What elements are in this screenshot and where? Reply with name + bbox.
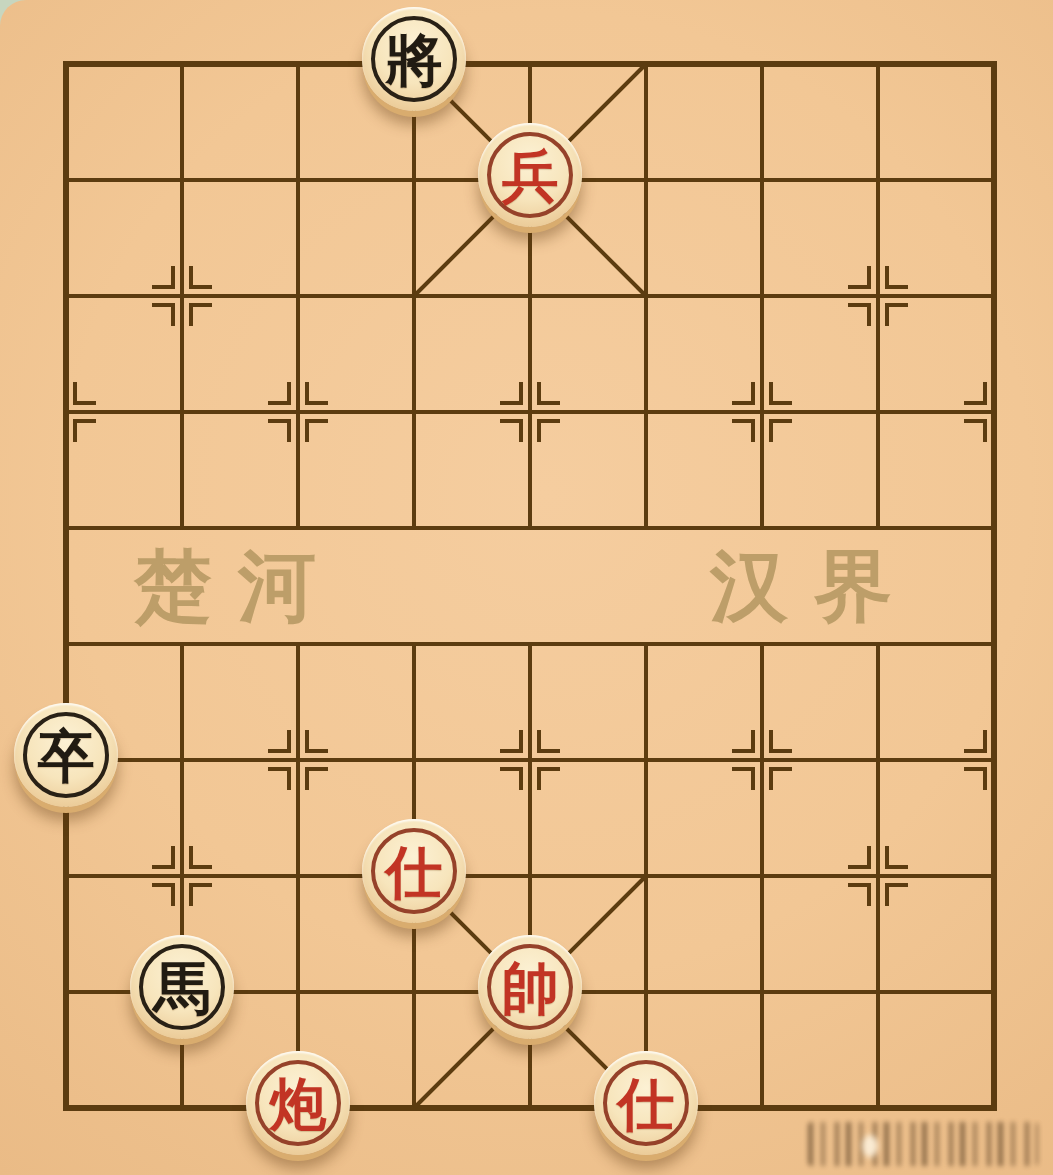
intersection-f3-r3[interactable] <box>356 354 472 470</box>
intersection-f8-r2[interactable] <box>936 238 1052 354</box>
intersection-f6-r6[interactable] <box>704 702 820 818</box>
intersection-f2-r7[interactable] <box>240 818 356 934</box>
intersection-f4-r5[interactable] <box>472 586 588 702</box>
intersection-f5-r9[interactable]: 仕 <box>588 1050 704 1166</box>
piece-glyph: 仕 <box>618 1075 675 1132</box>
intersection-f8-r8[interactable] <box>936 934 1052 1050</box>
intersection-f2-r5[interactable] <box>240 586 356 702</box>
intersection-f2-r0[interactable] <box>240 6 356 122</box>
intersection-f4-r9[interactable] <box>472 1050 588 1166</box>
intersection-f2-r1[interactable] <box>240 122 356 238</box>
intersection-f7-r5[interactable] <box>820 586 936 702</box>
red-advisor-1[interactable]: 仕 <box>362 819 466 923</box>
intersection-f2-r9[interactable]: 炮 <box>240 1050 356 1166</box>
piece-glyph: 兵 <box>502 147 559 204</box>
intersection-f6-r2[interactable] <box>704 238 820 354</box>
intersection-f6-r4[interactable] <box>704 470 820 586</box>
intersection-f6-r9[interactable] <box>704 1050 820 1166</box>
intersection-f3-r8[interactable] <box>356 934 472 1050</box>
intersection-f0-r7[interactable] <box>8 818 124 934</box>
intersection-f0-r1[interactable] <box>8 122 124 238</box>
intersection-f0-r2[interactable] <box>8 238 124 354</box>
intersection-f2-r6[interactable] <box>240 702 356 818</box>
piece-glyph: 炮 <box>270 1075 327 1132</box>
intersection-f4-r3[interactable] <box>472 354 588 470</box>
intersection-f7-r8[interactable] <box>820 934 936 1050</box>
intersection-f4-r0[interactable] <box>472 6 588 122</box>
intersection-f2-r3[interactable] <box>240 354 356 470</box>
red-cannon[interactable]: 炮 <box>246 1051 350 1155</box>
intersection-f4-r1[interactable]: 兵 <box>472 122 588 238</box>
intersection-f8-r0[interactable] <box>936 6 1052 122</box>
intersection-f1-r7[interactable] <box>124 818 240 934</box>
intersection-f0-r3[interactable] <box>8 354 124 470</box>
xiangqi-board-page: 楚河 汉界 將兵卒仕馬帥炮仕 <box>0 0 1053 1175</box>
intersection-f1-r9[interactable] <box>124 1050 240 1166</box>
intersection-f4-r8[interactable]: 帥 <box>472 934 588 1050</box>
intersection-f4-r7[interactable] <box>472 818 588 934</box>
intersection-f5-r6[interactable] <box>588 702 704 818</box>
intersection-f5-r7[interactable] <box>588 818 704 934</box>
red-soldier[interactable]: 兵 <box>478 123 582 227</box>
intersection-f6-r3[interactable] <box>704 354 820 470</box>
intersection-f7-r3[interactable] <box>820 354 936 470</box>
intersection-f1-r5[interactable] <box>124 586 240 702</box>
intersection-f7-r7[interactable] <box>820 818 936 934</box>
intersection-f7-r1[interactable] <box>820 122 936 238</box>
intersection-f1-r2[interactable] <box>124 238 240 354</box>
intersection-f0-r4[interactable] <box>8 470 124 586</box>
piece-glyph: 將 <box>386 31 443 88</box>
intersection-f6-r1[interactable] <box>704 122 820 238</box>
red-advisor-2[interactable]: 仕 <box>594 1051 698 1155</box>
intersection-f8-r6[interactable] <box>936 702 1052 818</box>
intersection-f8-r1[interactable] <box>936 122 1052 238</box>
intersection-f3-r9[interactable] <box>356 1050 472 1166</box>
intersection-f5-r1[interactable] <box>588 122 704 238</box>
intersection-f3-r7[interactable]: 仕 <box>356 818 472 934</box>
intersection-f2-r4[interactable] <box>240 470 356 586</box>
intersection-f1-r1[interactable] <box>124 122 240 238</box>
intersection-f4-r6[interactable] <box>472 702 588 818</box>
intersection-f3-r4[interactable] <box>356 470 472 586</box>
intersection-f3-r0[interactable]: 將 <box>356 6 472 122</box>
red-general[interactable]: 帥 <box>478 935 582 1039</box>
piece-glyph: 卒 <box>38 727 95 784</box>
intersection-f5-r3[interactable] <box>588 354 704 470</box>
intersection-f3-r6[interactable] <box>356 702 472 818</box>
intersection-f7-r6[interactable] <box>820 702 936 818</box>
intersection-f3-r5[interactable] <box>356 586 472 702</box>
intersection-f1-r3[interactable] <box>124 354 240 470</box>
intersection-f0-r9[interactable] <box>8 1050 124 1166</box>
intersection-f1-r6[interactable] <box>124 702 240 818</box>
intersection-f4-r2[interactable] <box>472 238 588 354</box>
intersection-f4-r4[interactable] <box>472 470 588 586</box>
intersection-f0-r0[interactable] <box>8 6 124 122</box>
intersection-f6-r0[interactable] <box>704 6 820 122</box>
intersection-f0-r5[interactable] <box>8 586 124 702</box>
board-intersections: 將兵卒仕馬帥炮仕 <box>8 6 1052 1166</box>
intersection-f8-r7[interactable] <box>936 818 1052 934</box>
intersection-f1-r8[interactable]: 馬 <box>124 934 240 1050</box>
intersection-f1-r0[interactable] <box>124 6 240 122</box>
intersection-f2-r2[interactable] <box>240 238 356 354</box>
intersection-f5-r0[interactable] <box>588 6 704 122</box>
watermark-blur <box>808 1122 1038 1166</box>
intersection-f7-r2[interactable] <box>820 238 936 354</box>
intersection-f1-r4[interactable] <box>124 470 240 586</box>
intersection-f3-r2[interactable] <box>356 238 472 354</box>
intersection-f6-r7[interactable] <box>704 818 820 934</box>
intersection-f2-r8[interactable] <box>240 934 356 1050</box>
intersection-f3-r1[interactable] <box>356 122 472 238</box>
intersection-f5-r4[interactable] <box>588 470 704 586</box>
intersection-f0-r6[interactable]: 卒 <box>8 702 124 818</box>
intersection-f7-r0[interactable] <box>820 6 936 122</box>
intersection-f8-r3[interactable] <box>936 354 1052 470</box>
intersection-f6-r5[interactable] <box>704 586 820 702</box>
intersection-f7-r4[interactable] <box>820 470 936 586</box>
black-general[interactable]: 將 <box>362 7 466 111</box>
black-horse[interactable]: 馬 <box>130 935 234 1039</box>
piece-glyph: 仕 <box>386 843 443 900</box>
piece-glyph: 帥 <box>502 959 559 1016</box>
intersection-f6-r8[interactable] <box>704 934 820 1050</box>
intersection-f0-r8[interactable] <box>8 934 124 1050</box>
intersection-f5-r2[interactable] <box>588 238 704 354</box>
intersection-f5-r5[interactable] <box>588 586 704 702</box>
piece-glyph: 馬 <box>154 959 211 1016</box>
intersection-f8-r5[interactable] <box>936 586 1052 702</box>
intersection-f8-r4[interactable] <box>936 470 1052 586</box>
black-soldier[interactable]: 卒 <box>14 703 118 807</box>
intersection-f5-r8[interactable] <box>588 934 704 1050</box>
